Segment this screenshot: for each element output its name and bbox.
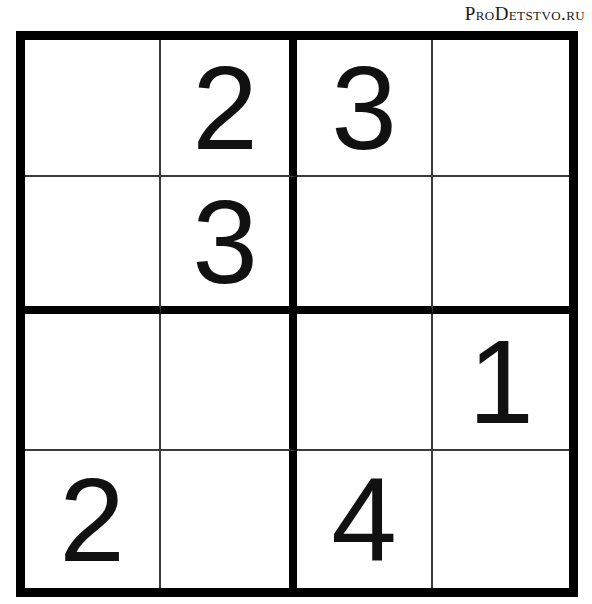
cell-r1c3: 3 (297, 40, 433, 177)
cell-r2c4[interactable] (433, 177, 569, 314)
cell-r3c3[interactable] (297, 314, 433, 451)
cell-r3c2[interactable] (161, 314, 297, 451)
cell-r4c2[interactable] (161, 451, 297, 588)
cell-r3c1[interactable] (25, 314, 161, 451)
cell-r4c1: 2 (25, 451, 161, 588)
cell-r3c4: 1 (433, 314, 569, 451)
sudoku-board: 2 3 3 1 2 4 (16, 31, 578, 597)
cell-r2c1[interactable] (25, 177, 161, 314)
watermark-prodetstvo: ProDetstvo.ru (465, 4, 585, 25)
cell-r1c2: 2 (161, 40, 297, 177)
cell-r4c4[interactable] (433, 451, 569, 588)
cell-r4c3: 4 (297, 451, 433, 588)
cell-r2c3[interactable] (297, 177, 433, 314)
cell-r1c4[interactable] (433, 40, 569, 177)
cell-r2c2: 3 (161, 177, 297, 314)
cell-r1c1[interactable] (25, 40, 161, 177)
